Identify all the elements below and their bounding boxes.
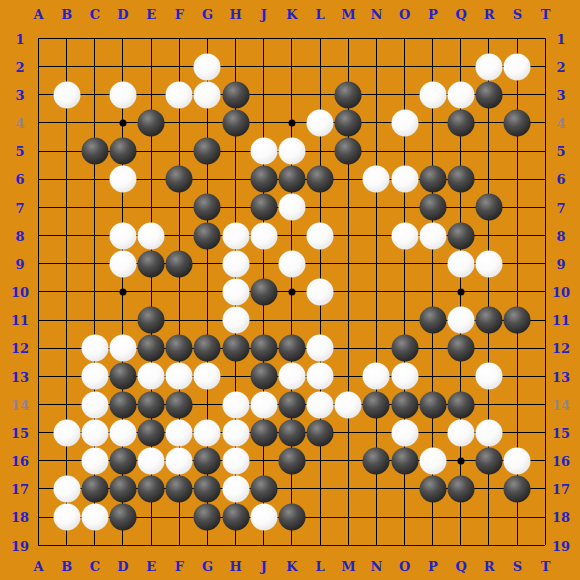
intersection-E11[interactable] [137,306,165,334]
intersection-N12[interactable] [362,334,390,362]
intersection-J8[interactable] [250,222,278,250]
intersection-R9[interactable] [475,250,503,278]
intersection-R8[interactable] [475,222,503,250]
intersection-M17[interactable] [334,475,362,503]
intersection-B3[interactable] [53,81,81,109]
intersection-M15[interactable] [334,419,362,447]
intersection-G1[interactable] [193,24,221,52]
intersection-F6[interactable] [165,165,193,193]
intersection-J2[interactable] [250,53,278,81]
intersection-R6[interactable] [475,165,503,193]
intersection-L18[interactable] [306,503,334,531]
intersection-R7[interactable] [475,193,503,221]
intersection-T9[interactable] [531,250,559,278]
intersection-J10[interactable] [250,278,278,306]
intersection-T4[interactable] [531,109,559,137]
intersection-F5[interactable] [165,137,193,165]
intersection-S2[interactable] [503,53,531,81]
intersection-C13[interactable] [81,362,109,390]
intersection-A7[interactable] [24,193,52,221]
intersection-Q4[interactable] [447,109,475,137]
intersection-J11[interactable] [250,306,278,334]
intersection-K8[interactable] [278,222,306,250]
intersection-F18[interactable] [165,503,193,531]
intersection-K11[interactable] [278,306,306,334]
intersection-J6[interactable] [250,165,278,193]
intersection-M2[interactable] [334,53,362,81]
intersection-G8[interactable] [193,222,221,250]
intersection-M4[interactable] [334,109,362,137]
intersection-O11[interactable] [390,306,418,334]
intersection-S9[interactable] [503,250,531,278]
intersection-B12[interactable] [53,334,81,362]
intersection-D14[interactable] [109,390,137,418]
intersection-L6[interactable] [306,165,334,193]
intersection-C7[interactable] [81,193,109,221]
intersection-S17[interactable] [503,475,531,503]
intersection-O1[interactable] [390,24,418,52]
intersection-G7[interactable] [193,193,221,221]
intersection-G12[interactable] [193,334,221,362]
intersection-D19[interactable] [109,531,137,559]
intersection-N11[interactable] [362,306,390,334]
intersection-K14[interactable] [278,390,306,418]
intersection-P3[interactable] [419,81,447,109]
intersection-P7[interactable] [419,193,447,221]
intersection-F3[interactable] [165,81,193,109]
intersection-G4[interactable] [193,109,221,137]
intersection-A4[interactable] [24,109,52,137]
intersection-G18[interactable] [193,503,221,531]
intersection-R11[interactable] [475,306,503,334]
intersection-J13[interactable] [250,362,278,390]
intersection-H9[interactable] [222,250,250,278]
intersection-Q3[interactable] [447,81,475,109]
intersection-N2[interactable] [362,53,390,81]
intersection-H18[interactable] [222,503,250,531]
intersection-K3[interactable] [278,81,306,109]
intersection-Q12[interactable] [447,334,475,362]
intersection-R2[interactable] [475,53,503,81]
intersection-K19[interactable] [278,531,306,559]
intersection-G11[interactable] [193,306,221,334]
intersection-S11[interactable] [503,306,531,334]
intersection-H17[interactable] [222,475,250,503]
intersection-F16[interactable] [165,447,193,475]
intersection-K4[interactable] [278,109,306,137]
intersection-N10[interactable] [362,278,390,306]
intersection-Q19[interactable] [447,531,475,559]
intersection-B9[interactable] [53,250,81,278]
intersection-C14[interactable] [81,390,109,418]
intersection-L3[interactable] [306,81,334,109]
intersection-E17[interactable] [137,475,165,503]
intersection-Q2[interactable] [447,53,475,81]
intersection-M8[interactable] [334,222,362,250]
intersection-N14[interactable] [362,390,390,418]
intersection-Q13[interactable] [447,362,475,390]
intersection-K2[interactable] [278,53,306,81]
intersection-T6[interactable] [531,165,559,193]
intersection-L15[interactable] [306,419,334,447]
intersection-A1[interactable] [24,24,52,52]
intersection-L11[interactable] [306,306,334,334]
intersection-D2[interactable] [109,53,137,81]
intersection-N5[interactable] [362,137,390,165]
intersection-K17[interactable] [278,475,306,503]
intersection-C17[interactable] [81,475,109,503]
intersection-J18[interactable] [250,503,278,531]
intersection-J5[interactable] [250,137,278,165]
intersection-S16[interactable] [503,447,531,475]
intersection-B14[interactable] [53,390,81,418]
intersection-P14[interactable] [419,390,447,418]
intersection-O3[interactable] [390,81,418,109]
intersection-K7[interactable] [278,193,306,221]
intersection-H5[interactable] [222,137,250,165]
intersection-H12[interactable] [222,334,250,362]
intersection-J16[interactable] [250,447,278,475]
intersection-R18[interactable] [475,503,503,531]
intersection-B15[interactable] [53,419,81,447]
intersection-S19[interactable] [503,531,531,559]
intersection-D16[interactable] [109,447,137,475]
intersection-H19[interactable] [222,531,250,559]
intersection-R13[interactable] [475,362,503,390]
intersection-B16[interactable] [53,447,81,475]
intersection-H6[interactable] [222,165,250,193]
intersection-P8[interactable] [419,222,447,250]
intersection-M14[interactable] [334,390,362,418]
intersection-D7[interactable] [109,193,137,221]
intersection-P6[interactable] [419,165,447,193]
intersection-Q5[interactable] [447,137,475,165]
intersection-K13[interactable] [278,362,306,390]
intersection-O9[interactable] [390,250,418,278]
intersection-M16[interactable] [334,447,362,475]
intersection-Q15[interactable] [447,419,475,447]
intersection-C3[interactable] [81,81,109,109]
intersection-N7[interactable] [362,193,390,221]
intersection-O12[interactable] [390,334,418,362]
intersection-F7[interactable] [165,193,193,221]
intersection-C16[interactable] [81,447,109,475]
intersection-G19[interactable] [193,531,221,559]
intersection-L1[interactable] [306,24,334,52]
intersection-A5[interactable] [24,137,52,165]
intersection-S6[interactable] [503,165,531,193]
intersection-A9[interactable] [24,250,52,278]
intersection-M1[interactable] [334,24,362,52]
intersection-E19[interactable] [137,531,165,559]
intersection-P9[interactable] [419,250,447,278]
intersection-E4[interactable] [137,109,165,137]
intersection-D10[interactable] [109,278,137,306]
intersection-E3[interactable] [137,81,165,109]
intersection-N3[interactable] [362,81,390,109]
intersection-B13[interactable] [53,362,81,390]
intersection-O6[interactable] [390,165,418,193]
intersection-A8[interactable] [24,222,52,250]
intersection-O7[interactable] [390,193,418,221]
intersection-Q14[interactable] [447,390,475,418]
intersection-P11[interactable] [419,306,447,334]
intersection-N8[interactable] [362,222,390,250]
intersection-L19[interactable] [306,531,334,559]
intersection-S7[interactable] [503,193,531,221]
intersection-R12[interactable] [475,334,503,362]
intersection-E1[interactable] [137,24,165,52]
intersection-P2[interactable] [419,53,447,81]
intersection-C12[interactable] [81,334,109,362]
intersection-N19[interactable] [362,531,390,559]
intersection-D5[interactable] [109,137,137,165]
intersection-Q10[interactable] [447,278,475,306]
intersection-C6[interactable] [81,165,109,193]
intersection-N9[interactable] [362,250,390,278]
intersection-Q6[interactable] [447,165,475,193]
intersection-B8[interactable] [53,222,81,250]
intersection-C5[interactable] [81,137,109,165]
intersection-E10[interactable] [137,278,165,306]
intersection-G3[interactable] [193,81,221,109]
intersection-F11[interactable] [165,306,193,334]
intersection-E13[interactable] [137,362,165,390]
intersection-M12[interactable] [334,334,362,362]
intersection-J3[interactable] [250,81,278,109]
intersection-B17[interactable] [53,475,81,503]
intersection-B5[interactable] [53,137,81,165]
intersection-S8[interactable] [503,222,531,250]
intersection-M6[interactable] [334,165,362,193]
intersection-D3[interactable] [109,81,137,109]
intersection-E12[interactable] [137,334,165,362]
intersection-P12[interactable] [419,334,447,362]
intersection-H7[interactable] [222,193,250,221]
intersection-H4[interactable] [222,109,250,137]
intersection-A3[interactable] [24,81,52,109]
intersection-L2[interactable] [306,53,334,81]
intersection-C18[interactable] [81,503,109,531]
intersection-P5[interactable] [419,137,447,165]
intersection-K16[interactable] [278,447,306,475]
intersection-O14[interactable] [390,390,418,418]
intersection-Q17[interactable] [447,475,475,503]
intersection-P18[interactable] [419,503,447,531]
intersection-H14[interactable] [222,390,250,418]
intersection-R15[interactable] [475,419,503,447]
intersection-G17[interactable] [193,475,221,503]
intersection-O18[interactable] [390,503,418,531]
intersection-K1[interactable] [278,24,306,52]
intersection-A6[interactable] [24,165,52,193]
intersection-G2[interactable] [193,53,221,81]
intersection-T7[interactable] [531,193,559,221]
intersection-O16[interactable] [390,447,418,475]
intersection-E16[interactable] [137,447,165,475]
intersection-C8[interactable] [81,222,109,250]
intersection-G10[interactable] [193,278,221,306]
intersection-H10[interactable] [222,278,250,306]
intersection-P17[interactable] [419,475,447,503]
intersection-P16[interactable] [419,447,447,475]
intersection-R19[interactable] [475,531,503,559]
intersection-S4[interactable] [503,109,531,137]
intersection-P1[interactable] [419,24,447,52]
intersection-T2[interactable] [531,53,559,81]
intersection-C9[interactable] [81,250,109,278]
intersection-O19[interactable] [390,531,418,559]
intersection-S12[interactable] [503,334,531,362]
intersection-R4[interactable] [475,109,503,137]
intersection-D6[interactable] [109,165,137,193]
intersection-H1[interactable] [222,24,250,52]
intersection-C10[interactable] [81,278,109,306]
intersection-T3[interactable] [531,81,559,109]
intersection-J14[interactable] [250,390,278,418]
intersection-D9[interactable] [109,250,137,278]
intersection-B4[interactable] [53,109,81,137]
intersection-K6[interactable] [278,165,306,193]
intersection-G6[interactable] [193,165,221,193]
intersection-A2[interactable] [24,53,52,81]
intersection-Q9[interactable] [447,250,475,278]
intersection-T1[interactable] [531,24,559,52]
intersection-R3[interactable] [475,81,503,109]
intersection-F12[interactable] [165,334,193,362]
intersection-C1[interactable] [81,24,109,52]
intersection-F10[interactable] [165,278,193,306]
intersection-P4[interactable] [419,109,447,137]
intersection-D17[interactable] [109,475,137,503]
intersection-N13[interactable] [362,362,390,390]
intersection-N1[interactable] [362,24,390,52]
intersection-G9[interactable] [193,250,221,278]
intersection-R16[interactable] [475,447,503,475]
intersection-R14[interactable] [475,390,503,418]
intersection-J4[interactable] [250,109,278,137]
intersection-B19[interactable] [53,531,81,559]
intersection-F14[interactable] [165,390,193,418]
intersection-T5[interactable] [531,137,559,165]
intersection-P15[interactable] [419,419,447,447]
intersection-E8[interactable] [137,222,165,250]
intersection-S3[interactable] [503,81,531,109]
intersection-E5[interactable] [137,137,165,165]
intersection-S18[interactable] [503,503,531,531]
intersection-P19[interactable] [419,531,447,559]
intersection-M11[interactable] [334,306,362,334]
intersection-K10[interactable] [278,278,306,306]
intersection-Q16[interactable] [447,447,475,475]
intersection-F15[interactable] [165,419,193,447]
intersection-S14[interactable] [503,390,531,418]
intersection-C4[interactable] [81,109,109,137]
intersection-R17[interactable] [475,475,503,503]
intersection-D15[interactable] [109,419,137,447]
intersection-R5[interactable] [475,137,503,165]
intersection-L8[interactable] [306,222,334,250]
intersection-R1[interactable] [475,24,503,52]
intersection-L5[interactable] [306,137,334,165]
intersection-B10[interactable] [53,278,81,306]
intersection-F17[interactable] [165,475,193,503]
intersection-M3[interactable] [334,81,362,109]
intersection-J15[interactable] [250,419,278,447]
intersection-H8[interactable] [222,222,250,250]
intersection-G5[interactable] [193,137,221,165]
intersection-B7[interactable] [53,193,81,221]
intersection-S13[interactable] [503,362,531,390]
intersection-D18[interactable] [109,503,137,531]
intersection-F1[interactable] [165,24,193,52]
intersection-Q18[interactable] [447,503,475,531]
intersection-L4[interactable] [306,109,334,137]
intersection-H16[interactable] [222,447,250,475]
intersection-E9[interactable] [137,250,165,278]
intersection-L7[interactable] [306,193,334,221]
intersection-E18[interactable] [137,503,165,531]
intersection-C15[interactable] [81,419,109,447]
intersection-N4[interactable] [362,109,390,137]
intersection-H11[interactable] [222,306,250,334]
intersection-M9[interactable] [334,250,362,278]
intersection-N18[interactable] [362,503,390,531]
intersection-K18[interactable] [278,503,306,531]
intersection-M7[interactable] [334,193,362,221]
intersection-N15[interactable] [362,419,390,447]
intersection-F9[interactable] [165,250,193,278]
intersection-O13[interactable] [390,362,418,390]
intersection-G16[interactable] [193,447,221,475]
intersection-O4[interactable] [390,109,418,137]
intersection-E7[interactable] [137,193,165,221]
intersection-O15[interactable] [390,419,418,447]
intersection-L12[interactable] [306,334,334,362]
intersection-J17[interactable] [250,475,278,503]
intersection-S15[interactable] [503,419,531,447]
intersection-G14[interactable] [193,390,221,418]
intersection-H13[interactable] [222,362,250,390]
intersection-P13[interactable] [419,362,447,390]
intersection-M13[interactable] [334,362,362,390]
intersection-D1[interactable] [109,24,137,52]
intersection-F19[interactable] [165,531,193,559]
intersection-E15[interactable] [137,419,165,447]
intersection-J1[interactable] [250,24,278,52]
intersection-O10[interactable] [390,278,418,306]
intersection-D4[interactable] [109,109,137,137]
intersection-Q8[interactable] [447,222,475,250]
intersection-O2[interactable] [390,53,418,81]
intersection-F8[interactable] [165,222,193,250]
intersection-L10[interactable] [306,278,334,306]
intersection-C2[interactable] [81,53,109,81]
intersection-L16[interactable] [306,447,334,475]
intersection-D11[interactable] [109,306,137,334]
intersection-K5[interactable] [278,137,306,165]
intersection-H3[interactable] [222,81,250,109]
intersection-R10[interactable] [475,278,503,306]
intersection-O8[interactable] [390,222,418,250]
intersection-Q7[interactable] [447,193,475,221]
intersection-N6[interactable] [362,165,390,193]
intersection-Q1[interactable] [447,24,475,52]
intersection-Q11[interactable] [447,306,475,334]
intersection-L13[interactable] [306,362,334,390]
intersection-D13[interactable] [109,362,137,390]
intersection-T8[interactable] [531,222,559,250]
